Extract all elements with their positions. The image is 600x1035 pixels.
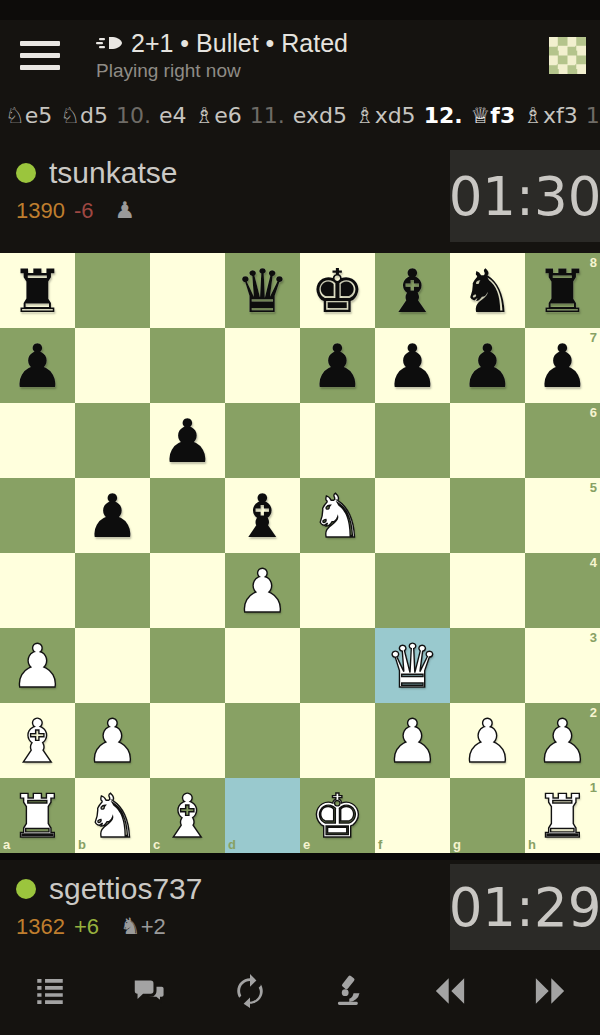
file-label-g: g	[453, 838, 461, 851]
black-bishop: ♝	[225, 478, 300, 553]
square-c1[interactable]: ♝c	[150, 778, 225, 853]
white-pawn: ♟	[375, 703, 450, 778]
game-title-block: 2+1 • Bullet • Rated Playing right now	[96, 29, 549, 82]
game-status: Playing right now	[96, 60, 549, 82]
board-divider	[0, 853, 600, 860]
square-b6[interactable]	[75, 403, 150, 478]
square-d7[interactable]	[225, 328, 300, 403]
chat-button[interactable]	[100, 974, 200, 1012]
white-king: ♚	[300, 778, 375, 853]
square-d4[interactable]: ♟	[225, 553, 300, 628]
black-pawn: ♟	[150, 403, 225, 478]
black-knight: ♞	[450, 253, 525, 328]
file-label-c: c	[153, 838, 160, 851]
clock-top: 01:30	[450, 150, 600, 242]
rank-label-5: 5	[590, 481, 597, 494]
square-c8[interactable]	[150, 253, 225, 328]
rank-label-8: 8	[590, 256, 597, 269]
bullet-icon	[96, 33, 124, 53]
white-pawn: ♟	[225, 553, 300, 628]
move-token[interactable]: ♗e6	[195, 103, 242, 128]
online-indicator	[16, 163, 36, 183]
white-pawn: ♟	[75, 703, 150, 778]
player-panel-bottom: sgettios737 1362 +6 ♞+2 01:29	[0, 860, 600, 950]
move-token[interactable]: exd5	[293, 103, 347, 128]
square-e2[interactable]	[300, 703, 375, 778]
square-d5[interactable]: ♝	[225, 478, 300, 553]
square-b8[interactable]	[75, 253, 150, 328]
chat-icon	[132, 974, 168, 1012]
white-bishop: ♝	[0, 703, 75, 778]
lichess-mobile-app: 2+1 • Bullet • Rated Playing right now ♘…	[0, 0, 600, 1035]
black-pawn: ♟	[375, 328, 450, 403]
captured-knight-icon: ♞	[120, 913, 141, 939]
square-h2[interactable]: ♟2	[525, 703, 600, 778]
white-pawn: ♟	[525, 703, 600, 778]
black-bishop: ♝	[375, 253, 450, 328]
square-b4[interactable]	[75, 553, 150, 628]
square-d2[interactable]	[225, 703, 300, 778]
rank-label-1: 1	[590, 781, 597, 794]
rating-diff: +6	[74, 914, 99, 940]
captured-pawn-icon: ♟	[115, 197, 136, 223]
status-bar	[0, 0, 600, 20]
file-label-b: b	[78, 838, 86, 851]
square-g1[interactable]: g	[450, 778, 525, 853]
move-token[interactable]: 13.	[586, 103, 600, 128]
flip-board-button[interactable]	[200, 974, 300, 1012]
square-g4[interactable]	[450, 553, 525, 628]
white-rook: ♜	[525, 778, 600, 853]
square-a5[interactable]	[0, 478, 75, 553]
square-a6[interactable]	[0, 403, 75, 478]
player-name: tsunkatse	[49, 156, 177, 190]
menu-button[interactable]	[20, 41, 60, 70]
analysis-microscope-icon	[333, 974, 367, 1012]
square-a4[interactable]	[0, 553, 75, 628]
square-b1[interactable]: ♞b	[75, 778, 150, 853]
square-a2[interactable]: ♝	[0, 703, 75, 778]
square-f5[interactable]	[375, 478, 450, 553]
black-king: ♚	[300, 253, 375, 328]
captured-pieces: ♞+2	[120, 913, 166, 940]
square-c7[interactable]	[150, 328, 225, 403]
square-d8[interactable]: ♛	[225, 253, 300, 328]
square-h8[interactable]: ♜8	[525, 253, 600, 328]
square-a1[interactable]: ♜a	[0, 778, 75, 853]
square-b3[interactable]	[75, 628, 150, 703]
checkerboard-icon[interactable]	[549, 37, 586, 74]
clock-bottom: 01:29	[450, 864, 600, 950]
square-h4[interactable]: 4	[525, 553, 600, 628]
rank-label-2: 2	[590, 706, 597, 719]
black-rook: ♜	[525, 253, 600, 328]
rewind-button[interactable]	[400, 976, 500, 1010]
square-f6[interactable]	[375, 403, 450, 478]
analysis-button[interactable]	[300, 974, 400, 1012]
square-e7[interactable]: ♟	[300, 328, 375, 403]
square-a3[interactable]: ♟	[0, 628, 75, 703]
rank-label-7: 7	[590, 331, 597, 344]
square-e1[interactable]: ♚e	[300, 778, 375, 853]
square-e8[interactable]: ♚	[300, 253, 375, 328]
square-g7[interactable]: ♟	[450, 328, 525, 403]
square-e4[interactable]	[300, 553, 375, 628]
square-c3[interactable]	[150, 628, 225, 703]
square-f1[interactable]: f	[375, 778, 450, 853]
square-a8[interactable]: ♜	[0, 253, 75, 328]
white-rook: ♜	[0, 778, 75, 853]
square-d1[interactable]: d	[225, 778, 300, 853]
square-f4[interactable]	[375, 553, 450, 628]
forward-button[interactable]	[500, 976, 600, 1010]
player-rating: 1390	[16, 198, 65, 224]
online-indicator	[16, 879, 36, 899]
square-h3[interactable]: 3	[525, 628, 600, 703]
white-bishop: ♝	[150, 778, 225, 853]
square-b7[interactable]	[75, 328, 150, 403]
move-list-icon	[33, 974, 67, 1012]
square-h6[interactable]: 6	[525, 403, 600, 478]
square-e3[interactable]	[300, 628, 375, 703]
black-rook: ♜	[0, 253, 75, 328]
move-token[interactable]: ♗xf3	[523, 103, 577, 128]
white-knight: ♞	[300, 478, 375, 553]
square-e5[interactable]: ♞	[300, 478, 375, 553]
square-b2[interactable]: ♟	[75, 703, 150, 778]
square-f3[interactable]: ♛	[375, 628, 450, 703]
rank-label-4: 4	[590, 556, 597, 569]
move-token[interactable]: ♗xd5	[355, 103, 416, 128]
square-g3[interactable]	[450, 628, 525, 703]
rank-label-3: 3	[590, 631, 597, 644]
chess-board: ♜♛♚♝♞♜8♟♟♟♟♟7♟6♟♝♞5♟4♟♛3♝♟♟♟♟2♜a♞b♝cd♚ef…	[0, 253, 600, 853]
black-pawn: ♟	[525, 328, 600, 403]
move-token[interactable]: 12.	[424, 103, 463, 128]
player-panel-top: tsunkatse 1390 -6 ♟ 01:30	[0, 140, 600, 253]
forward-icon	[532, 976, 568, 1010]
hamburger-icon	[20, 41, 60, 46]
move-token[interactable]: ♘d5	[60, 103, 108, 128]
move-token[interactable]: ♕f3	[471, 103, 516, 128]
square-d3[interactable]	[225, 628, 300, 703]
white-pawn: ♟	[450, 703, 525, 778]
white-pawn: ♟	[0, 628, 75, 703]
square-c2[interactable]	[150, 703, 225, 778]
square-c4[interactable]	[150, 553, 225, 628]
move-list[interactable]: ♘e5♘d510.e4♗e611.exd5♗xd512.♕f3♗xf313.♗x…	[0, 90, 600, 140]
file-label-d: d	[228, 838, 236, 851]
black-pawn: ♟	[75, 478, 150, 553]
rewind-icon	[432, 976, 468, 1010]
app-header: 2+1 • Bullet • Rated Playing right now	[0, 20, 600, 90]
rank-label-6: 6	[590, 406, 597, 419]
square-h7[interactable]: ♟7	[525, 328, 600, 403]
black-pawn: ♟	[300, 328, 375, 403]
square-e6[interactable]	[300, 403, 375, 478]
square-d6[interactable]	[225, 403, 300, 478]
square-f2[interactable]: ♟	[375, 703, 450, 778]
player-name: sgettios737	[49, 872, 202, 906]
square-c6[interactable]: ♟	[150, 403, 225, 478]
square-g8[interactable]: ♞	[450, 253, 525, 328]
captured-pieces: ♟	[115, 197, 136, 224]
file-label-a: a	[3, 838, 10, 851]
black-pawn: ♟	[0, 328, 75, 403]
file-label-f: f	[378, 838, 382, 851]
square-g6[interactable]	[450, 403, 525, 478]
square-a7[interactable]: ♟	[0, 328, 75, 403]
black-pawn: ♟	[450, 328, 525, 403]
file-label-h: h	[528, 838, 536, 851]
black-queen: ♛	[225, 253, 300, 328]
file-label-e: e	[303, 838, 310, 851]
move-token[interactable]: e4	[159, 103, 187, 128]
move-list-button[interactable]	[0, 974, 100, 1012]
move-token[interactable]: 11.	[250, 103, 285, 128]
square-c5[interactable]	[150, 478, 225, 553]
move-token[interactable]: ♘e5	[5, 103, 52, 128]
game-title: 2+1 • Bullet • Rated	[131, 29, 348, 58]
square-h1[interactable]: ♜1h	[525, 778, 600, 853]
flip-board-icon	[233, 974, 267, 1012]
square-f8[interactable]: ♝	[375, 253, 450, 328]
move-token[interactable]: 10.	[116, 103, 151, 128]
player-rating: 1362	[16, 914, 65, 940]
square-h5[interactable]: 5	[525, 478, 600, 553]
white-knight: ♞	[75, 778, 150, 853]
square-f7[interactable]: ♟	[375, 328, 450, 403]
square-g5[interactable]	[450, 478, 525, 553]
square-g2[interactable]: ♟	[450, 703, 525, 778]
rating-diff: -6	[74, 198, 94, 224]
bottom-toolbar	[0, 950, 600, 1035]
square-b5[interactable]: ♟	[75, 478, 150, 553]
white-queen: ♛	[375, 628, 450, 703]
